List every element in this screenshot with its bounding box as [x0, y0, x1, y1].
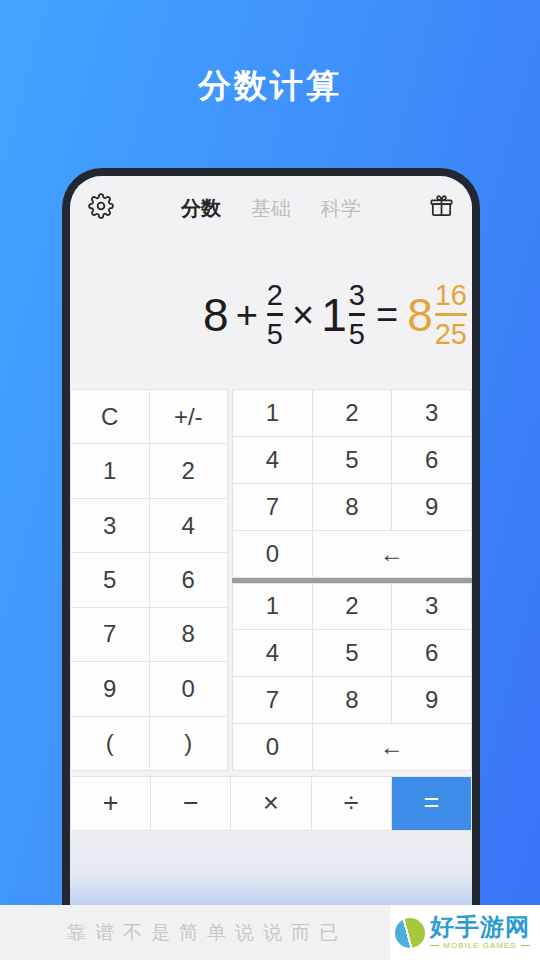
num-key-digit-1[interactable]: 1	[233, 390, 312, 436]
denominator-pad: 1234567890←	[232, 583, 472, 772]
den-key-digit-8[interactable]: 8	[313, 677, 392, 723]
result-denominator: 25	[435, 319, 467, 349]
op-key-equals[interactable]: =	[392, 777, 471, 830]
fraction-1: 2 5	[267, 280, 283, 350]
keypad: C+/-1234567890() 1234567890← 1234567890←…	[70, 389, 472, 831]
num-key-digit-6[interactable]: 6	[392, 437, 471, 483]
left-key-digit-7[interactable]: 7	[71, 608, 149, 661]
result-numerator: 16	[435, 280, 467, 310]
fraction-2-numerator: 3	[349, 280, 365, 310]
num-key-digit-7[interactable]: 7	[233, 484, 312, 530]
left-key-digit-9[interactable]: 9	[71, 662, 149, 715]
num-key-digit-5[interactable]: 5	[313, 437, 392, 483]
left-key-digit-1[interactable]: 1	[71, 444, 149, 497]
op-key-multiply[interactable]: ×	[231, 777, 310, 830]
den-key-digit-4[interactable]: 4	[233, 630, 312, 676]
footer-bar: 靠谱不是简单说说而已 好手游网 MOBILE GAMES	[0, 905, 540, 960]
op-key-subtract[interactable]: −	[151, 777, 230, 830]
footer-slogan: 靠谱不是简单说说而已	[0, 920, 390, 946]
mode-tabs: 分数 基础 科学	[115, 195, 427, 222]
num-key-digit-0[interactable]: 0	[233, 531, 312, 577]
left-key-digit-6[interactable]: 6	[150, 553, 228, 606]
dash-line	[430, 945, 439, 946]
den-key-digit-7[interactable]: 7	[233, 677, 312, 723]
fraction-1-denominator: 5	[267, 319, 283, 349]
left-key-digit-3[interactable]: 3	[71, 499, 149, 552]
num-key-digit-3[interactable]: 3	[392, 390, 471, 436]
num-key-backspace[interactable]: ←	[313, 531, 471, 577]
settings-button[interactable]	[87, 194, 115, 222]
op-key-divide[interactable]: ÷	[312, 777, 391, 830]
left-key-plus-minus[interactable]: +/-	[150, 390, 228, 443]
gift-button[interactable]	[427, 194, 455, 222]
num-key-digit-2[interactable]: 2	[313, 390, 392, 436]
numerator-pad: 1234567890←	[232, 389, 472, 578]
watermark-subtitle: MOBILE GAMES	[430, 941, 530, 950]
left-key-digit-2[interactable]: 2	[150, 444, 228, 497]
site-watermark: 好手游网 MOBILE GAMES	[390, 905, 540, 960]
fraction-bar	[267, 313, 283, 316]
den-key-digit-2[interactable]: 2	[313, 584, 392, 630]
calculator-topbar: 分数 基础 科学	[70, 176, 472, 240]
fraction-bar	[349, 313, 365, 316]
tab-fraction[interactable]: 分数	[181, 195, 221, 222]
fraction-1-numerator: 2	[267, 280, 283, 310]
den-key-backspace[interactable]: ←	[313, 724, 471, 770]
den-key-digit-3[interactable]: 3	[392, 584, 471, 630]
expression: 8 + 2 5 × 1 3 5 = 8	[203, 280, 469, 350]
result-whole: 8	[407, 292, 433, 338]
fraction-2-denominator: 5	[349, 319, 365, 349]
tab-scientific[interactable]: 科学	[321, 195, 361, 222]
result-fraction: 16 25	[435, 280, 467, 350]
app-background: 分数计算 分数 基础 科学	[0, 0, 540, 960]
watermark-text: 好手游网 MOBILE GAMES	[430, 915, 530, 950]
calc-display: 8 + 2 5 × 1 3 5 = 8	[70, 240, 472, 389]
left-key-digit-8[interactable]: 8	[150, 608, 228, 661]
tab-basic[interactable]: 基础	[251, 195, 291, 222]
fraction-2: 3 5	[349, 280, 365, 350]
expression-operand1: 8	[203, 292, 229, 338]
den-key-digit-9[interactable]: 9	[392, 677, 471, 723]
operator-row: +−×÷=	[70, 776, 472, 831]
watermark-logo-icon	[395, 918, 425, 948]
den-key-digit-6[interactable]: 6	[392, 630, 471, 676]
left-key-digit-4[interactable]: 4	[150, 499, 228, 552]
phone-screen: 分数 基础 科学	[70, 176, 472, 960]
den-key-digit-1[interactable]: 1	[233, 584, 312, 630]
fraction-pads: 1234567890← 1234567890←	[232, 389, 472, 771]
den-key-digit-5[interactable]: 5	[313, 630, 392, 676]
gift-icon	[428, 193, 455, 224]
gear-icon	[88, 193, 114, 223]
left-key-digit-5[interactable]: 5	[71, 553, 149, 606]
left-key-digit-0[interactable]: 0	[150, 662, 228, 715]
op-key-add[interactable]: +	[71, 777, 150, 830]
dash-line	[521, 945, 530, 946]
num-key-digit-8[interactable]: 8	[313, 484, 392, 530]
multiply-operator: ×	[292, 296, 314, 334]
equals-sign: =	[376, 296, 398, 334]
plus-operator: +	[236, 296, 258, 334]
mixed-whole: 1	[321, 292, 347, 338]
fraction-bar	[435, 313, 467, 316]
den-key-digit-0[interactable]: 0	[233, 724, 312, 770]
left-key-open-paren[interactable]: (	[71, 717, 149, 770]
phone-frame: 分数 基础 科学	[62, 168, 480, 960]
watermark-subtitle-text: MOBILE GAMES	[443, 941, 516, 950]
left-key-close-paren[interactable]: )	[150, 717, 228, 770]
left-key-clear[interactable]: C	[71, 390, 149, 443]
num-key-digit-9[interactable]: 9	[392, 484, 471, 530]
left-pad: C+/-1234567890()	[70, 389, 228, 771]
page-title: 分数计算	[0, 64, 540, 109]
watermark-title: 好手游网	[430, 915, 530, 939]
num-key-digit-4[interactable]: 4	[233, 437, 312, 483]
